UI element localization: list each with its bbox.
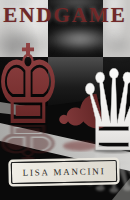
author-name: LISA MANCINI: [22, 166, 105, 178]
author-plaque: LISA MANCINI: [11, 160, 117, 184]
white-queen-piece: ♛: [76, 46, 130, 176]
red-king-piece: ♚: [0, 21, 63, 148]
book-title: ENDGAME: [0, 5, 130, 26]
book-cover: ♚ ♛ ♟ ♛ ♚ ENDGAME LISA MANCINI: [0, 0, 130, 200]
